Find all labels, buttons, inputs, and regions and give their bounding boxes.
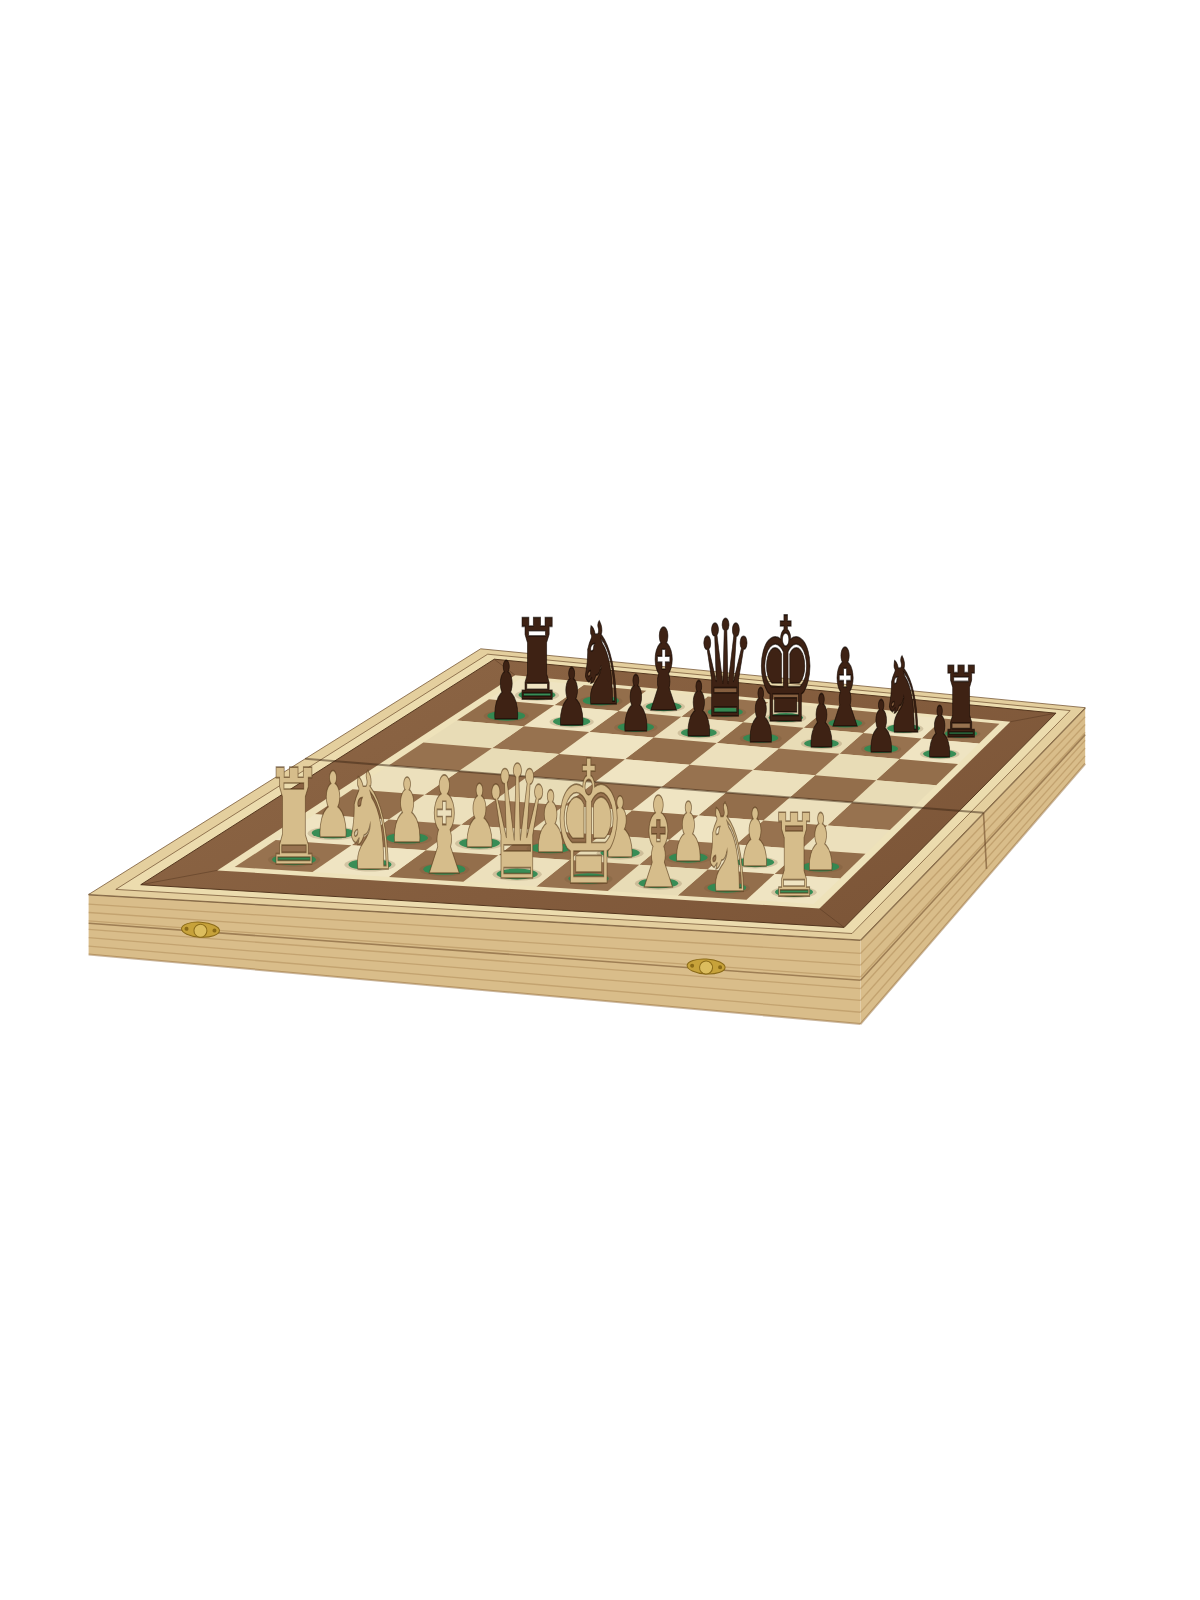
- piece-glyph: ♜: [769, 789, 818, 923]
- piece-dark-pawn-a2: ♟: [920, 692, 960, 774]
- piece-light-bishop-f8: ♝: [415, 748, 473, 905]
- piece-glyph: ♟: [806, 679, 837, 764]
- piece-glyph: ♞: [341, 743, 399, 900]
- product-photo-chess-set: ♜♞♝♛♟♚♟♝♟♞♟♜♟♟♟♟♟♟♟♟♟♟♜♟♞♟♝♛♚♝♞♜: [0, 0, 1200, 1600]
- piece-glyph: ♞: [701, 778, 753, 921]
- piece-glyph: ♝: [415, 748, 473, 905]
- piece-dark-pawn-h2: ♟: [484, 644, 529, 738]
- piece-glyph: ♛: [483, 731, 551, 915]
- piece-light-queen-e8: ♛: [483, 731, 551, 915]
- piece-dark-pawn-c2: ♟: [801, 679, 842, 764]
- piece-light-bishop-c8: ♝: [631, 770, 685, 917]
- piece-glyph: ♟: [866, 686, 897, 769]
- chess-board-scene: ♜♞♝♛♟♚♟♝♟♞♟♜♟♟♟♟♟♟♟♟♟♟♜♟♞♟♝♛♚♝♞♜: [0, 0, 1200, 1600]
- piece-light-king-d8: ♚: [552, 724, 625, 923]
- piece-glyph: ♟: [489, 644, 523, 738]
- piece-light-rook-h8: ♜: [266, 740, 323, 896]
- piece-dark-pawn-e2: ♟: [678, 666, 721, 754]
- latch-knob: [194, 924, 208, 938]
- piece-glyph: ♟: [925, 692, 955, 774]
- piece-glyph: ♝: [631, 770, 685, 917]
- piece-light-knight-b8: ♞: [701, 778, 753, 921]
- piece-light-rook-a8: ♜: [769, 789, 818, 923]
- latch-knob: [699, 961, 713, 975]
- piece-dark-pawn-b2: ♟: [861, 686, 901, 769]
- piece-glyph: ♜: [266, 740, 323, 896]
- piece-glyph: ♟: [683, 666, 716, 754]
- piece-light-knight-g8: ♞: [341, 743, 399, 900]
- piece-glyph: ♟: [745, 673, 777, 760]
- piece-glyph: ♚: [552, 724, 625, 923]
- piece-dark-pawn-d2: ♟: [740, 673, 782, 760]
